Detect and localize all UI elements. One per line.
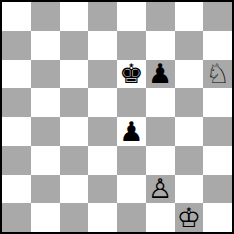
square-g1[interactable]: ♔	[175, 203, 204, 232]
square-d5[interactable]	[88, 88, 117, 117]
square-c4[interactable]	[60, 117, 89, 146]
square-a1[interactable]	[2, 203, 31, 232]
square-e3[interactable]	[117, 146, 146, 175]
square-e1[interactable]	[117, 203, 146, 232]
square-e4[interactable]: ♟	[117, 117, 146, 146]
square-b8[interactable]	[31, 2, 60, 31]
square-b6[interactable]	[31, 60, 60, 89]
white-king: ♔	[177, 204, 201, 231]
square-a8[interactable]	[2, 2, 31, 31]
square-c3[interactable]	[60, 146, 89, 175]
square-a6[interactable]	[2, 60, 31, 89]
square-b2[interactable]	[31, 175, 60, 204]
square-b5[interactable]	[31, 88, 60, 117]
square-c1[interactable]	[60, 203, 89, 232]
square-h6[interactable]: ♘	[203, 60, 232, 89]
chess-board-grid: ♚♟♘♟♙♔	[2, 2, 232, 232]
square-h5[interactable]	[203, 88, 232, 117]
white-knight: ♘	[206, 60, 230, 87]
square-d8[interactable]	[88, 2, 117, 31]
square-g6[interactable]	[175, 60, 204, 89]
square-g4[interactable]	[175, 117, 204, 146]
square-a2[interactable]	[2, 175, 31, 204]
square-f1[interactable]	[146, 203, 175, 232]
square-e2[interactable]	[117, 175, 146, 204]
black-pawn: ♟	[119, 118, 143, 145]
square-c8[interactable]	[60, 2, 89, 31]
square-h3[interactable]	[203, 146, 232, 175]
square-h1[interactable]	[203, 203, 232, 232]
square-c7[interactable]	[60, 31, 89, 60]
white-pawn: ♙	[148, 175, 172, 202]
square-f4[interactable]	[146, 117, 175, 146]
square-h4[interactable]	[203, 117, 232, 146]
square-h7[interactable]	[203, 31, 232, 60]
square-b3[interactable]	[31, 146, 60, 175]
square-d7[interactable]	[88, 31, 117, 60]
square-e8[interactable]	[117, 2, 146, 31]
square-a3[interactable]	[2, 146, 31, 175]
square-e7[interactable]	[117, 31, 146, 60]
square-c6[interactable]	[60, 60, 89, 89]
square-b4[interactable]	[31, 117, 60, 146]
square-g2[interactable]	[175, 175, 204, 204]
square-h2[interactable]	[203, 175, 232, 204]
black-pawn: ♟	[148, 60, 172, 87]
square-h8[interactable]	[203, 2, 232, 31]
square-e6[interactable]: ♚	[117, 60, 146, 89]
square-g7[interactable]	[175, 31, 204, 60]
square-d6[interactable]	[88, 60, 117, 89]
square-c5[interactable]	[60, 88, 89, 117]
square-f8[interactable]	[146, 2, 175, 31]
square-f2[interactable]: ♙	[146, 175, 175, 204]
square-d3[interactable]	[88, 146, 117, 175]
square-e5[interactable]	[117, 88, 146, 117]
black-king: ♚	[119, 60, 143, 87]
square-a5[interactable]	[2, 88, 31, 117]
square-d2[interactable]	[88, 175, 117, 204]
square-b7[interactable]	[31, 31, 60, 60]
square-g3[interactable]	[175, 146, 204, 175]
square-g8[interactable]	[175, 2, 204, 31]
chess-board: ♚♟♘♟♙♔	[0, 0, 234, 234]
square-d4[interactable]	[88, 117, 117, 146]
square-f6[interactable]: ♟	[146, 60, 175, 89]
square-d1[interactable]	[88, 203, 117, 232]
square-f7[interactable]	[146, 31, 175, 60]
square-b1[interactable]	[31, 203, 60, 232]
square-c2[interactable]	[60, 175, 89, 204]
square-f5[interactable]	[146, 88, 175, 117]
square-a4[interactable]	[2, 117, 31, 146]
square-a7[interactable]	[2, 31, 31, 60]
square-g5[interactable]	[175, 88, 204, 117]
square-f3[interactable]	[146, 146, 175, 175]
